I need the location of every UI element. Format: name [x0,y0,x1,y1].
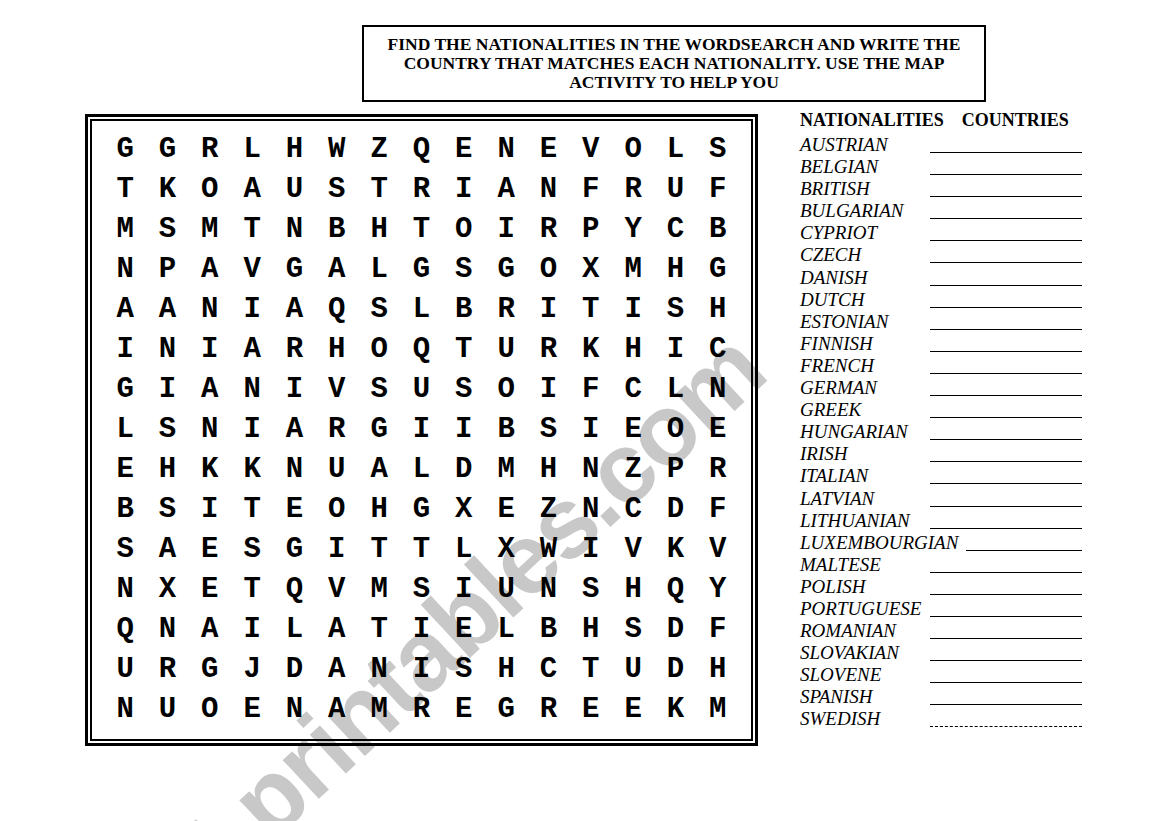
grid-cell[interactable]: N [189,289,231,329]
nationality-label: SWEDISH [800,708,930,730]
grid-cell[interactable]: E [189,529,231,569]
grid-cell[interactable]: R [146,649,188,689]
grid-cell[interactable]: T [443,329,485,369]
nationality-label: CYPRIOT [800,222,930,244]
grid-cell[interactable]: N [189,409,231,449]
country-blank[interactable] [930,425,1082,440]
grid-cell[interactable]: O [358,329,400,369]
grid-cell[interactable]: C [654,209,696,249]
country-blank[interactable] [930,204,1082,219]
grid-cell[interactable]: G [104,129,146,169]
grid-cell[interactable]: M [104,209,146,249]
nationality-label: ESTONIAN [800,311,930,333]
nationality-row: SWEDISH [800,708,1082,730]
grid-cell[interactable]: A [231,169,273,209]
grid-cell[interactable]: A [189,369,231,409]
grid-cell[interactable]: L [273,609,315,649]
grid-cell[interactable]: O [485,369,527,409]
grid-cell[interactable]: A [231,329,273,369]
grid-cell[interactable]: Q [400,129,442,169]
grid-cell[interactable]: B [485,409,527,449]
grid-cell[interactable]: N [146,329,188,369]
grid-cell[interactable]: R [527,689,569,729]
grid-cell[interactable]: O [527,249,569,289]
grid-cell[interactable]: O [612,129,654,169]
country-blank[interactable] [930,558,1082,573]
grid-cell[interactable]: F [570,169,612,209]
nationality-row: GERMAN [800,377,1082,399]
grid-cell[interactable]: O [189,169,231,209]
grid-cell[interactable]: G [146,129,188,169]
nationality-row: AUSTRIAN [800,134,1082,156]
grid-cell[interactable]: V [316,369,358,409]
grid-cell[interactable]: T [400,209,442,249]
grid-cell[interactable]: E [612,409,654,449]
grid-cell[interactable]: N [570,489,612,529]
country-blank[interactable] [930,514,1082,529]
grid-cell[interactable]: Q [400,329,442,369]
nationality-label: AUSTRIAN [800,134,930,156]
grid-cell[interactable]: H [612,569,654,609]
country-blank[interactable] [930,248,1082,263]
grid-cell[interactable]: C [612,489,654,529]
country-blank[interactable] [930,712,1082,727]
grid-cell[interactable]: Z [527,489,569,529]
grid-cell[interactable]: L [654,129,696,169]
grid-cell[interactable]: R [400,689,442,729]
grid-cell[interactable]: D [654,609,696,649]
grid-cell[interactable]: T [231,209,273,249]
countries-header: COUNTRIES [962,110,1069,130]
grid-cell[interactable]: N [570,449,612,489]
nationality-label: IRISH [800,443,930,465]
nationalities-header: NATIONALITIES [800,110,944,130]
country-blank[interactable] [930,602,1082,617]
grid-cell[interactable]: A [485,169,527,209]
country-blank[interactable] [930,580,1082,595]
grid-cell[interactable]: I [400,609,442,649]
country-blank[interactable] [930,271,1082,286]
nationality-label: ROMANIAN [800,620,930,642]
grid-cell[interactable]: V [570,129,612,169]
grid-cell[interactable]: P [146,249,188,289]
grid-cell[interactable]: N [273,449,315,489]
grid-cell[interactable]: L [231,129,273,169]
grid-cell[interactable]: L [400,449,442,489]
grid-cell[interactable]: S [612,609,654,649]
grid-cell[interactable]: K [231,449,273,489]
grid-cell[interactable]: T [231,489,273,529]
grid-cell[interactable]: A [189,609,231,649]
instructions-line-2: COUNTRY THAT MATCHES EACH NATIONALITY. U… [364,54,984,73]
grid-cell[interactable]: G [485,689,527,729]
grid-cell[interactable]: O [316,489,358,529]
grid-cell[interactable]: O [189,689,231,729]
grid-cell[interactable]: U [273,169,315,209]
grid-cell[interactable]: M [358,689,400,729]
nationality-row: PORTUGUESE [800,598,1082,620]
grid-cell[interactable]: C [612,369,654,409]
grid-cell[interactable]: T [400,529,442,569]
grid-cell[interactable]: E [231,689,273,729]
grid-cell[interactable]: L [104,409,146,449]
country-blank[interactable] [930,690,1082,705]
grid-cell[interactable]: A [316,249,358,289]
grid-cell[interactable]: D [443,449,485,489]
country-blank[interactable] [930,403,1082,418]
grid-cell[interactable]: S [400,569,442,609]
grid-cell[interactable]: K [189,449,231,489]
grid-cell[interactable]: A [316,689,358,729]
grid-cell[interactable]: T [570,649,612,689]
grid-cell[interactable]: R [527,329,569,369]
grid-cell[interactable]: U [654,169,696,209]
grid-cell[interactable]: U [400,369,442,409]
grid-cell[interactable]: N [527,169,569,209]
grid-cell[interactable]: O [654,409,696,449]
grid-cell[interactable]: V [316,569,358,609]
nationality-row: DUTCH [800,289,1082,311]
grid-cell[interactable]: M [358,569,400,609]
country-blank[interactable] [930,337,1082,352]
grid-cell[interactable]: W [527,529,569,569]
grid-cell[interactable]: N [358,649,400,689]
grid-cell[interactable]: S [443,649,485,689]
country-blank[interactable] [930,359,1082,374]
grid-cell[interactable]: B [527,609,569,649]
grid-cell[interactable]: F [697,169,739,209]
grid-cell[interactable]: S [443,249,485,289]
grid-cell[interactable]: A [146,529,188,569]
grid-cell[interactable]: U [316,449,358,489]
grid-cell[interactable]: G [485,249,527,289]
grid-cell[interactable]: H [654,249,696,289]
grid-cell[interactable]: N [273,209,315,249]
country-blank[interactable] [930,315,1082,330]
grid-cell[interactable]: T [358,169,400,209]
grid-cell[interactable]: A [273,409,315,449]
nationality-row: SLOVAKIAN [800,642,1082,664]
grid-cell[interactable]: H [273,129,315,169]
grid-cell[interactable]: S [443,369,485,409]
nationality-label: SLOVAKIAN [800,642,930,664]
grid-cell[interactable]: G [400,489,442,529]
nationality-label: POLISH [800,576,930,598]
grid-cell[interactable]: E [104,449,146,489]
grid-cell[interactable]: X [570,249,612,289]
grid-cell[interactable]: I [189,489,231,529]
grid-cell[interactable]: F [697,609,739,649]
grid-cell[interactable]: I [400,409,442,449]
grid-cell[interactable]: E [443,689,485,729]
grid-cell[interactable]: U [612,649,654,689]
grid-cell[interactable]: M [697,689,739,729]
country-blank[interactable] [930,293,1082,308]
country-blank[interactable] [930,381,1082,396]
grid-cell[interactable]: I [570,529,612,569]
nationality-label: LATVIAN [800,488,930,510]
grid-cell[interactable]: G [358,409,400,449]
grid-cell[interactable]: I [273,369,315,409]
nationality-row: IRISH [800,443,1082,465]
grid-cell[interactable]: D [654,489,696,529]
grid-cell[interactable]: S [316,169,358,209]
grid-cell[interactable]: H [358,489,400,529]
grid-cell[interactable]: I [527,369,569,409]
grid-cell[interactable]: T [358,529,400,569]
grid-cell[interactable]: V [231,249,273,289]
grid-cell[interactable]: A [358,449,400,489]
grid-cell[interactable]: D [654,649,696,689]
grid-cell[interactable]: N [697,369,739,409]
grid-cell[interactable]: S [104,529,146,569]
grid-cell[interactable]: X [485,529,527,569]
grid-cell[interactable]: L [485,609,527,649]
nationality-row: DANISH [800,267,1082,289]
grid-cell[interactable]: M [189,209,231,249]
grid-cell[interactable]: S [146,209,188,249]
grid-cell[interactable]: R [612,169,654,209]
grid-cell[interactable]: S [570,569,612,609]
grid-cell[interactable]: E [697,409,739,449]
nationality-label: MALTESE [800,554,930,576]
grid-cell[interactable]: P [570,209,612,249]
grid-cell[interactable]: I [316,529,358,569]
country-blank[interactable] [930,160,1082,175]
grid-cell[interactable]: C [527,649,569,689]
nationality-row: LATVIAN [800,488,1082,510]
grid-cell[interactable]: B [697,209,739,249]
country-blank[interactable] [930,668,1082,683]
grid-cell[interactable]: T [358,609,400,649]
country-blank[interactable] [930,469,1082,484]
grid-cell[interactable]: J [231,649,273,689]
grid-cell[interactable]: L [400,289,442,329]
grid-cell[interactable]: E [443,609,485,649]
grid-cell[interactable]: D [273,649,315,689]
grid-cell[interactable]: R [316,409,358,449]
grid-cell[interactable]: N [104,249,146,289]
grid-cell[interactable]: O [443,209,485,249]
grid-cell[interactable]: H [570,609,612,649]
nationality-row: ITALIAN [800,465,1082,487]
grid-cell[interactable]: H [697,649,739,689]
grid-cell[interactable]: I [527,289,569,329]
grid-cell[interactable]: U [104,649,146,689]
grid-cell[interactable]: M [485,449,527,489]
grid-cell[interactable]: S [146,489,188,529]
nationality-row: FRENCH [800,355,1082,377]
grid-cell[interactable]: V [612,529,654,569]
grid-cell[interactable]: Y [697,569,739,609]
grid-cell[interactable]: A [104,289,146,329]
grid-cell[interactable]: V [697,529,739,569]
grid-cell[interactable]: N [485,129,527,169]
grid-cell[interactable]: B [443,289,485,329]
grid-cell[interactable]: S [654,289,696,329]
grid-cell[interactable]: A [316,609,358,649]
grid-cell[interactable]: E [273,489,315,529]
nationality-row: BRITISH [800,178,1082,200]
grid-cell[interactable]: Q [654,569,696,609]
grid-cell[interactable]: B [316,209,358,249]
grid-cell[interactable]: L [443,529,485,569]
nationality-label: DANISH [800,267,930,289]
nationality-row: ESTONIAN [800,311,1082,333]
nationality-label: SPANISH [800,686,930,708]
instructions-line-3: ACTIVITY TO HELP YOU [364,73,984,92]
grid-cell[interactable]: G [189,649,231,689]
grid-cell[interactable]: I [570,409,612,449]
grid-cell[interactable]: Q [104,609,146,649]
grid-cell[interactable]: E [189,569,231,609]
nationality-row: LUXEMBOURGIAN [800,532,1082,554]
panel-header: NATIONALITIES COUNTRIES [800,110,1082,130]
country-blank[interactable] [966,536,1082,551]
grid-cell[interactable]: U [485,569,527,609]
grid-cell[interactable]: F [697,489,739,529]
grid-cell[interactable]: I [146,369,188,409]
grid-cell[interactable]: E [443,129,485,169]
country-blank[interactable] [930,138,1082,153]
grid-cell[interactable]: I [231,409,273,449]
grid-cell[interactable]: I [443,169,485,209]
grid-cell[interactable]: I [189,329,231,369]
grid-cell[interactable]: S [358,369,400,409]
grid-cell[interactable]: R [527,209,569,249]
wordsearch-grid: GGRLHWZQENEVOLSTKOAUSTRIANFRUFMSMTNBHTOI… [90,119,753,741]
country-blank[interactable] [930,492,1082,507]
grid-cell[interactable]: R [400,169,442,209]
grid-cell[interactable]: I [654,329,696,369]
nationality-label: GERMAN [800,377,930,399]
grid-cell[interactable]: A [189,249,231,289]
grid-cell[interactable]: Q [316,289,358,329]
country-blank[interactable] [930,226,1082,241]
nationality-row: ROMANIAN [800,620,1082,642]
grid-cell[interactable]: G [104,369,146,409]
country-blank[interactable] [930,624,1082,639]
wordsearch-board: GGRLHWZQENEVOLSTKOAUSTRIANFRUFMSMTNBHTOI… [85,114,758,746]
grid-cell[interactable]: H [146,449,188,489]
grid-cell[interactable]: H [316,329,358,369]
country-blank[interactable] [930,646,1082,661]
grid-cell[interactable]: A [316,649,358,689]
nationality-label: DUTCH [800,289,930,311]
grid-cell[interactable]: U [485,329,527,369]
grid-cell[interactable]: R [697,449,739,489]
grid-cell[interactable]: E [527,129,569,169]
grid-cell[interactable]: B [104,489,146,529]
grid-cell[interactable]: N [231,369,273,409]
nationality-row: FINNISH [800,333,1082,355]
grid-cell[interactable]: H [485,649,527,689]
grid-cell[interactable]: Z [612,449,654,489]
grid-cell[interactable]: I [231,609,273,649]
grid-cell[interactable]: N [146,609,188,649]
grid-cell[interactable]: A [146,289,188,329]
grid-cell[interactable]: Y [612,209,654,249]
grid-cell[interactable]: T [104,169,146,209]
grid-cell[interactable]: I [443,569,485,609]
grid-cell[interactable]: H [697,289,739,329]
grid-cell[interactable]: K [146,169,188,209]
grid-cell[interactable]: F [570,369,612,409]
grid-cell[interactable]: X [443,489,485,529]
grid-cell[interactable]: A [273,289,315,329]
grid-cell[interactable]: W [316,129,358,169]
grid-cell[interactable]: E [570,689,612,729]
grid-cell[interactable]: Q [273,569,315,609]
grid-cell[interactable]: I [485,209,527,249]
grid-cell[interactable]: G [400,249,442,289]
grid-cell[interactable]: X [146,569,188,609]
grid-cell[interactable]: I [612,289,654,329]
grid-cell[interactable]: R [189,129,231,169]
grid-cell[interactable]: N [273,689,315,729]
grid-cell[interactable]: E [612,689,654,729]
grid-cell[interactable]: G [697,249,739,289]
grid-cell[interactable]: L [654,369,696,409]
grid-cell[interactable]: N [527,569,569,609]
grid-cell[interactable]: E [485,489,527,529]
grid-cell[interactable]: P [654,449,696,489]
grid-cell[interactable]: Z [358,129,400,169]
grid-cell[interactable]: S [358,289,400,329]
grid-cell[interactable]: M [612,249,654,289]
nationality-row: CZECH [800,244,1082,266]
grid-cell[interactable]: H [358,209,400,249]
nationality-label: FRENCH [800,355,930,377]
grid-cell[interactable]: K [654,689,696,729]
grid-cell[interactable]: S [527,409,569,449]
nationality-label: CZECH [800,244,930,266]
grid-cell[interactable]: T [231,569,273,609]
grid-cell[interactable]: S [231,529,273,569]
nationality-row: MALTESE [800,554,1082,576]
country-blank[interactable] [930,182,1082,197]
grid-cell[interactable]: T [570,289,612,329]
country-blank[interactable] [930,447,1082,462]
nationality-label: BRITISH [800,178,930,200]
nationality-row: BULGARIAN [800,200,1082,222]
grid-cell[interactable]: H [612,329,654,369]
grid-cell[interactable]: S [697,129,739,169]
grid-cell[interactable]: I [443,409,485,449]
grid-cell[interactable]: S [146,409,188,449]
grid-cell[interactable]: I [104,329,146,369]
grid-cell[interactable]: R [485,289,527,329]
grid-cell[interactable]: G [273,529,315,569]
nationality-row: BELGIAN [800,156,1082,178]
grid-cell[interactable]: K [570,329,612,369]
nationality-label: GREEK [800,399,930,421]
grid-cell[interactable]: L [358,249,400,289]
nationality-label: HUNGARIAN [800,421,930,443]
grid-cell[interactable]: I [231,289,273,329]
grid-cell[interactable]: N [104,689,146,729]
grid-cell[interactable]: R [273,329,315,369]
grid-cell[interactable]: H [527,449,569,489]
grid-cell[interactable]: G [273,249,315,289]
nationality-label: SLOVENE [800,664,930,686]
grid-cell[interactable]: K [654,529,696,569]
grid-cell[interactable]: U [146,689,188,729]
grid-cell[interactable]: C [697,329,739,369]
nationality-row: SPANISH [800,686,1082,708]
grid-cell[interactable]: N [104,569,146,609]
grid-cell[interactable]: I [400,649,442,689]
